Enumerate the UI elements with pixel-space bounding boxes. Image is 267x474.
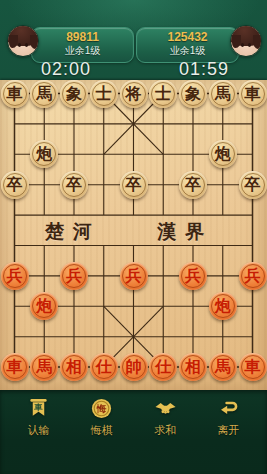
- piece-black-馬[interactable]: 馬: [30, 80, 58, 108]
- piece-red-馬[interactable]: 馬: [209, 353, 237, 381]
- resign-label: 认输: [27, 423, 49, 438]
- undo-move-label: 悔棋: [91, 423, 113, 438]
- piece-red-車[interactable]: 車: [1, 353, 29, 381]
- river-label-chu-he: 楚河: [45, 219, 101, 245]
- piece-black-士[interactable]: 士: [149, 80, 177, 108]
- piece-black-象[interactable]: 象: [179, 80, 207, 108]
- piece-black-象[interactable]: 象: [60, 80, 88, 108]
- piece-red-相[interactable]: 相: [179, 353, 207, 381]
- river-label-han-jie: 漢界: [157, 219, 213, 245]
- player-left-panel: 89811 业余1级: [31, 27, 134, 63]
- resign-flag-icon: 車: [27, 397, 50, 420]
- piece-red-兵[interactable]: 兵: [239, 262, 267, 290]
- handshake-icon: [154, 397, 177, 420]
- xiangqi-game-screen: 89811 业余1级 02:00 125432 业余1级 01:59 楚河 漢界…: [0, 0, 267, 474]
- piece-black-卒[interactable]: 卒: [239, 171, 267, 199]
- leave-label: 离开: [218, 423, 240, 438]
- top-bar: 89811 业余1级 02:00 125432 业余1级 01:59: [0, 0, 267, 80]
- player-right-level: 业余1级: [137, 44, 238, 58]
- player-right-avatar: [230, 25, 262, 57]
- piece-black-卒[interactable]: 卒: [1, 171, 29, 199]
- avatar-hair: [230, 25, 262, 46]
- undo-move-button[interactable]: 悔 悔棋: [77, 397, 127, 438]
- offer-draw-label: 求和: [154, 423, 176, 438]
- leave-arrow-icon: [217, 397, 240, 420]
- piece-red-仕[interactable]: 仕: [90, 353, 118, 381]
- piece-black-炮[interactable]: 炮: [209, 140, 237, 168]
- player-left-avatar: [7, 25, 39, 57]
- player-left-timer: 02:00: [20, 59, 112, 80]
- svg-text:車: 車: [33, 403, 42, 412]
- player-right-timer: 01:59: [158, 59, 250, 80]
- player-right-score: 125432: [137, 30, 238, 44]
- leave-button[interactable]: 离开: [204, 397, 254, 438]
- piece-red-兵[interactable]: 兵: [60, 262, 88, 290]
- piece-black-卒[interactable]: 卒: [60, 171, 88, 199]
- piece-black-将[interactable]: 将: [120, 80, 148, 108]
- piece-black-士[interactable]: 士: [90, 80, 118, 108]
- bottom-bar: 車 认输 悔 悔棋: [0, 390, 267, 474]
- piece-red-相[interactable]: 相: [60, 353, 88, 381]
- player-left-score: 89811: [32, 30, 133, 44]
- undo-piece-icon: 悔: [90, 397, 113, 420]
- piece-red-車[interactable]: 車: [239, 353, 267, 381]
- piece-black-車[interactable]: 車: [239, 80, 267, 108]
- piece-red-兵[interactable]: 兵: [1, 262, 29, 290]
- piece-black-馬[interactable]: 馬: [209, 80, 237, 108]
- resign-button[interactable]: 車 认输: [13, 397, 63, 438]
- svg-text:悔: 悔: [96, 403, 107, 414]
- piece-black-車[interactable]: 車: [1, 80, 29, 108]
- xiangqi-board[interactable]: 楚河 漢界 車馬象士将士象馬車炮炮卒卒卒卒卒兵兵兵兵兵炮炮車馬相仕帥仕相馬車: [0, 80, 267, 390]
- player-left-level: 业余1级: [32, 44, 133, 58]
- board-grid: [0, 80, 267, 390]
- piece-red-炮[interactable]: 炮: [209, 292, 237, 320]
- offer-draw-button[interactable]: 求和: [140, 397, 190, 438]
- piece-black-卒[interactable]: 卒: [120, 171, 148, 199]
- piece-black-卒[interactable]: 卒: [179, 171, 207, 199]
- piece-red-帥[interactable]: 帥: [120, 353, 148, 381]
- piece-red-兵[interactable]: 兵: [179, 262, 207, 290]
- piece-red-兵[interactable]: 兵: [120, 262, 148, 290]
- player-right-panel: 125432 业余1级: [136, 27, 239, 63]
- action-buttons: 車 认输 悔 悔棋: [0, 390, 267, 438]
